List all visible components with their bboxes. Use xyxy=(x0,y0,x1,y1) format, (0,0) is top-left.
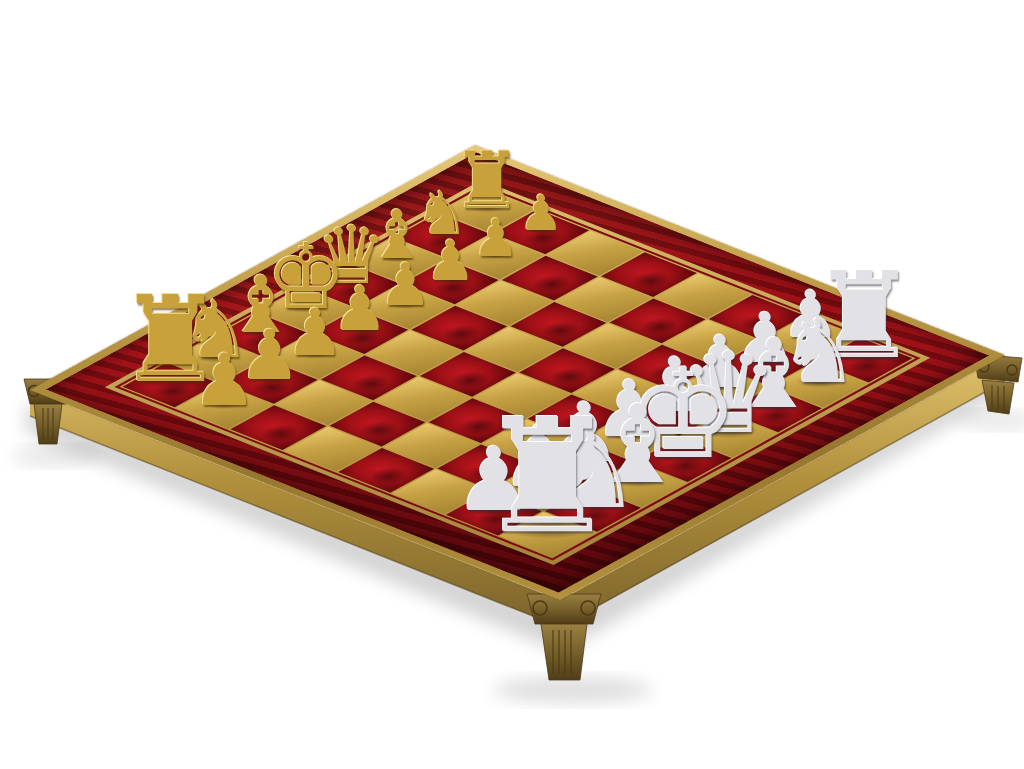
pieces-layer: ♜♞♟♝♟♛♟♚♟♝♟♞♟♟♜♟♟♜♟♟♞♟♝♟♛♟♚♟♝♟♞♜ xyxy=(0,0,1024,769)
chess-set-photo: ♜♞♟♝♟♛♟♚♟♝♟♞♟♟♜♟♟♜♟♟♞♟♝♟♛♟♚♟♝♟♞♜ xyxy=(0,0,1024,769)
piece-gold-pawn: ♟ xyxy=(519,189,563,238)
piece-gold-pawn: ♟ xyxy=(473,212,520,264)
piece-gold-pawn: ♟ xyxy=(192,344,257,416)
piece-gold-pawn: ♟ xyxy=(426,233,476,289)
piece-silver-rook: ♜ xyxy=(477,397,619,555)
